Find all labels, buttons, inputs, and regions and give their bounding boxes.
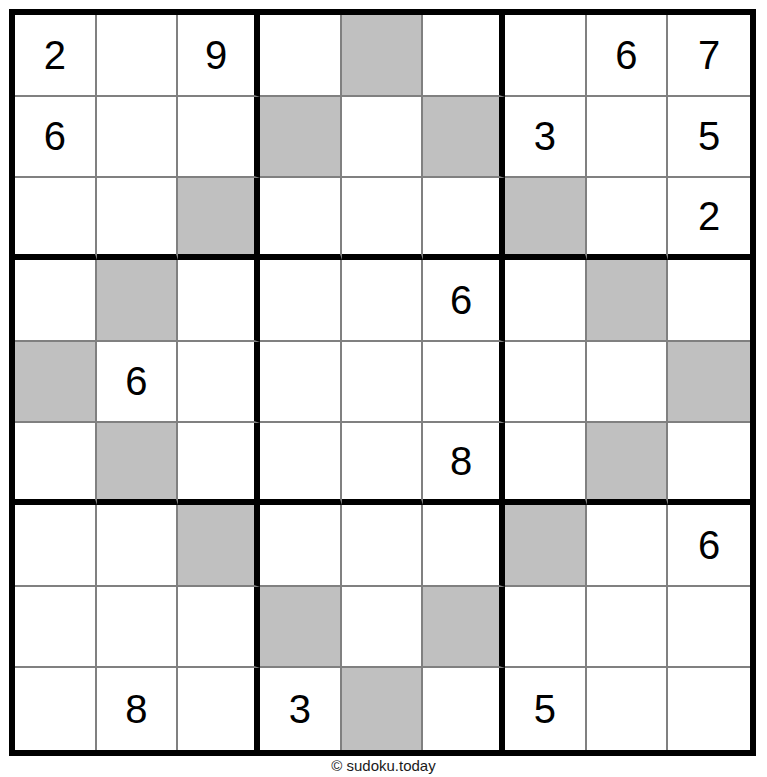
cell-r2c4[interactable]	[260, 97, 342, 179]
cell-r9c5[interactable]	[342, 668, 424, 750]
cell-r3c4[interactable]	[260, 178, 342, 260]
cell-r9c6[interactable]	[423, 668, 505, 750]
cell-r5c3[interactable]	[178, 342, 260, 424]
cell-r7c4[interactable]	[260, 505, 342, 587]
cell-r5c4[interactable]	[260, 342, 342, 424]
cell-r6c4[interactable]	[260, 423, 342, 505]
copyright-text: © sudoku.today	[0, 755, 767, 777]
cell-r8c7[interactable]	[505, 587, 587, 669]
cell-r2c3[interactable]	[178, 97, 260, 179]
cell-r4c8[interactable]	[587, 260, 669, 342]
cell-r1c5[interactable]	[342, 15, 424, 97]
cell-r1c3[interactable]: 9	[178, 15, 260, 97]
cell-r7c9[interactable]: 6	[668, 505, 750, 587]
cell-r4c2[interactable]	[97, 260, 179, 342]
cell-r1c9[interactable]: 7	[668, 15, 750, 97]
cell-r4c9[interactable]	[668, 260, 750, 342]
cell-r3c2[interactable]	[97, 178, 179, 260]
cell-r6c9[interactable]	[668, 423, 750, 505]
cell-r2c6[interactable]	[423, 97, 505, 179]
cell-r3c8[interactable]	[587, 178, 669, 260]
cell-r7c6[interactable]	[423, 505, 505, 587]
cell-r7c7[interactable]	[505, 505, 587, 587]
cell-r2c2[interactable]	[97, 97, 179, 179]
cell-r8c9[interactable]	[668, 587, 750, 669]
cell-r4c3[interactable]	[178, 260, 260, 342]
cell-r8c6[interactable]	[423, 587, 505, 669]
cell-r9c9[interactable]	[668, 668, 750, 750]
cell-r8c1[interactable]	[15, 587, 97, 669]
cell-r7c1[interactable]	[15, 505, 97, 587]
cell-r4c7[interactable]	[505, 260, 587, 342]
cell-r6c5[interactable]	[342, 423, 424, 505]
sudoku-board: 296763526686835	[9, 9, 756, 756]
cell-r1c4[interactable]	[260, 15, 342, 97]
cell-r9c3[interactable]	[178, 668, 260, 750]
cell-r8c3[interactable]	[178, 587, 260, 669]
cell-r2c9[interactable]: 5	[668, 97, 750, 179]
cell-r4c6[interactable]: 6	[423, 260, 505, 342]
cell-r5c5[interactable]	[342, 342, 424, 424]
cell-r4c1[interactable]	[15, 260, 97, 342]
cell-r9c7[interactable]: 5	[505, 668, 587, 750]
cell-r7c2[interactable]	[97, 505, 179, 587]
cell-r1c1[interactable]: 2	[15, 15, 97, 97]
cell-r6c8[interactable]	[587, 423, 669, 505]
cell-r8c2[interactable]	[97, 587, 179, 669]
cell-r5c6[interactable]	[423, 342, 505, 424]
cell-r3c6[interactable]	[423, 178, 505, 260]
cell-r9c1[interactable]	[15, 668, 97, 750]
cell-r6c1[interactable]	[15, 423, 97, 505]
cell-r4c4[interactable]	[260, 260, 342, 342]
cell-r9c8[interactable]	[587, 668, 669, 750]
cell-r2c7[interactable]: 3	[505, 97, 587, 179]
cell-r3c7[interactable]	[505, 178, 587, 260]
cell-r7c3[interactable]	[178, 505, 260, 587]
cell-r9c4[interactable]: 3	[260, 668, 342, 750]
cell-r5c8[interactable]	[587, 342, 669, 424]
cell-r3c3[interactable]	[178, 178, 260, 260]
cell-r8c8[interactable]	[587, 587, 669, 669]
cell-r7c5[interactable]	[342, 505, 424, 587]
cell-r2c5[interactable]	[342, 97, 424, 179]
cell-r5c1[interactable]	[15, 342, 97, 424]
cell-r2c1[interactable]: 6	[15, 97, 97, 179]
cell-r3c5[interactable]	[342, 178, 424, 260]
cell-r6c6[interactable]: 8	[423, 423, 505, 505]
cell-r3c1[interactable]	[15, 178, 97, 260]
cell-r1c8[interactable]: 6	[587, 15, 669, 97]
cell-r2c8[interactable]	[587, 97, 669, 179]
cell-r3c9[interactable]: 2	[668, 178, 750, 260]
cell-r6c3[interactable]	[178, 423, 260, 505]
cell-r1c6[interactable]	[423, 15, 505, 97]
cell-r7c8[interactable]	[587, 505, 669, 587]
cell-r5c7[interactable]	[505, 342, 587, 424]
cell-r9c2[interactable]: 8	[97, 668, 179, 750]
cell-r8c4[interactable]	[260, 587, 342, 669]
cell-r1c2[interactable]	[97, 15, 179, 97]
cell-r5c9[interactable]	[668, 342, 750, 424]
cell-r6c2[interactable]	[97, 423, 179, 505]
cell-r1c7[interactable]	[505, 15, 587, 97]
cell-r8c5[interactable]	[342, 587, 424, 669]
cell-r6c7[interactable]	[505, 423, 587, 505]
cell-r4c5[interactable]	[342, 260, 424, 342]
cell-r5c2[interactable]: 6	[97, 342, 179, 424]
